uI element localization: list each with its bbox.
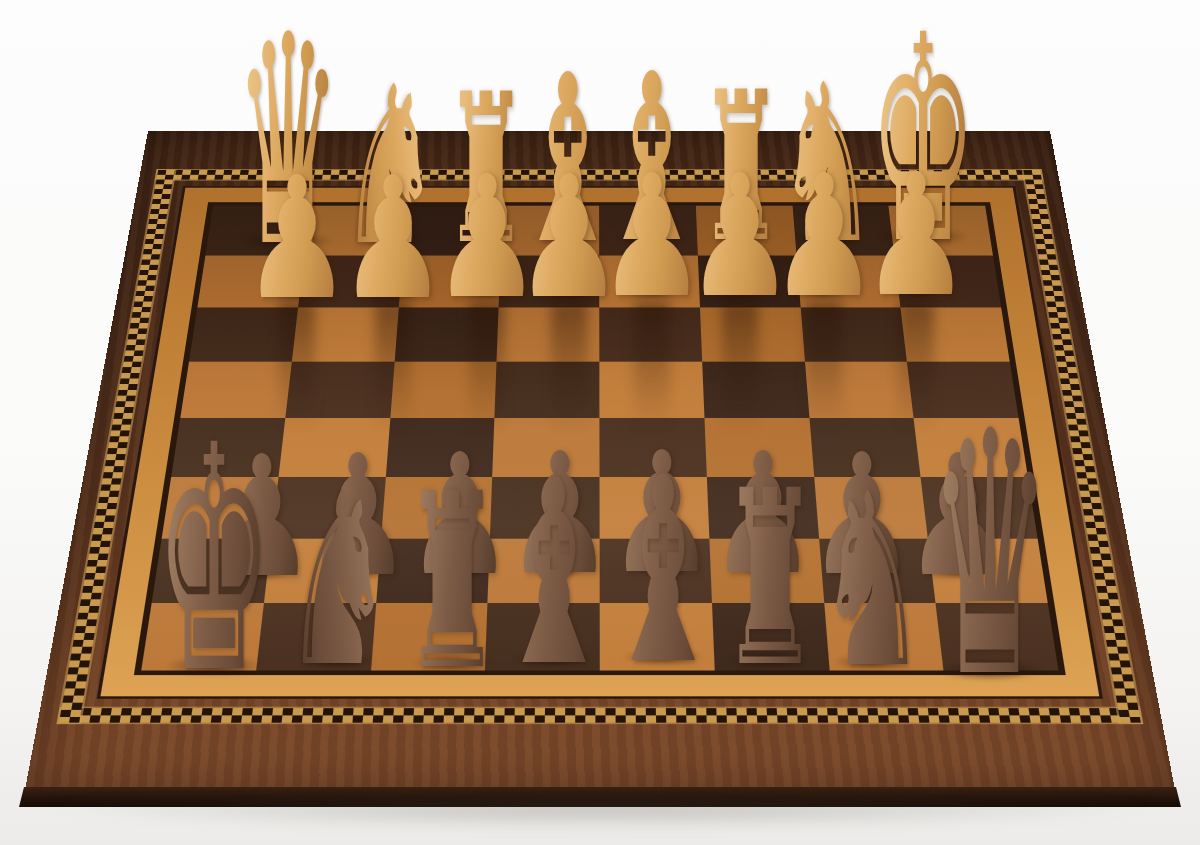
board-shadow — [30, 803, 1170, 829]
square-a3[interactable] — [162, 477, 279, 539]
square-h2[interactable] — [928, 539, 1048, 603]
square-a2[interactable] — [152, 539, 271, 603]
square-a5[interactable] — [180, 362, 291, 418]
square-d6[interactable] — [497, 307, 600, 361]
square-f7[interactable] — [698, 256, 801, 308]
square-g5[interactable] — [805, 362, 914, 418]
square-a7[interactable] — [197, 256, 303, 308]
square-b7[interactable] — [298, 256, 402, 308]
square-a8[interactable] — [205, 206, 309, 256]
square-d5[interactable] — [495, 362, 600, 418]
inlay-checker-band-top — [156, 170, 1041, 180]
square-h7[interactable] — [895, 256, 1002, 308]
square-h3[interactable] — [921, 477, 1038, 539]
square-e5[interactable] — [599, 362, 704, 418]
square-b4[interactable] — [278, 418, 390, 477]
square-b8[interactable] — [304, 206, 406, 256]
square-a1[interactable] — [141, 603, 263, 670]
square-f8[interactable] — [696, 206, 796, 256]
square-c4[interactable] — [385, 418, 494, 477]
square-f1[interactable] — [712, 603, 829, 670]
square-d2[interactable] — [488, 539, 600, 603]
square-e6[interactable] — [599, 307, 702, 361]
square-b6[interactable] — [292, 307, 399, 361]
square-g4[interactable] — [809, 418, 921, 477]
square-h6[interactable] — [901, 307, 1010, 361]
square-e8[interactable] — [599, 206, 698, 256]
square-h1[interactable] — [936, 603, 1059, 670]
square-a4[interactable] — [171, 418, 285, 477]
square-b3[interactable] — [271, 477, 385, 539]
square-f2[interactable] — [709, 539, 824, 603]
square-f6[interactable] — [700, 307, 805, 361]
playing-field-grid — [141, 206, 1058, 671]
square-d8[interactable] — [501, 206, 599, 256]
square-e4[interactable] — [599, 418, 706, 477]
square-g6[interactable] — [800, 307, 907, 361]
square-d7[interactable] — [499, 256, 599, 308]
chessboard — [25, 131, 1175, 790]
square-c1[interactable] — [371, 603, 488, 670]
square-d4[interactable] — [492, 418, 599, 477]
square-h8[interactable] — [889, 206, 993, 256]
square-g2[interactable] — [819, 539, 936, 603]
square-f5[interactable] — [702, 362, 809, 418]
square-f4[interactable] — [704, 418, 813, 477]
square-e3[interactable] — [600, 477, 710, 539]
square-b5[interactable] — [285, 362, 394, 418]
square-g7[interactable] — [796, 256, 901, 308]
square-e1[interactable] — [600, 603, 715, 670]
square-c6[interactable] — [394, 307, 499, 361]
square-c7[interactable] — [398, 256, 500, 308]
square-b2[interactable] — [264, 539, 381, 603]
square-b1[interactable] — [256, 603, 376, 670]
square-d3[interactable] — [490, 477, 599, 539]
square-c8[interactable] — [402, 206, 502, 256]
square-a6[interactable] — [189, 307, 298, 361]
square-h5[interactable] — [907, 362, 1018, 418]
square-d1[interactable] — [485, 603, 600, 670]
square-e2[interactable] — [600, 539, 712, 603]
photo-backdrop: ♝♜♚♝♞♜♞♛♟♟♟♟♟♟♟♟♟♟♟♟♟♟♟♟♝♝♜♞♞♜♚♛ — [0, 0, 1200, 845]
square-c3[interactable] — [381, 477, 493, 539]
square-e7[interactable] — [599, 256, 700, 308]
square-c2[interactable] — [376, 539, 490, 603]
inlay-checker-band-bottom — [59, 708, 1141, 722]
square-c5[interactable] — [390, 362, 497, 418]
square-f3[interactable] — [707, 477, 819, 539]
square-h4[interactable] — [914, 418, 1028, 477]
square-g8[interactable] — [792, 206, 894, 256]
board-outer-border — [25, 131, 1175, 790]
square-g1[interactable] — [824, 603, 944, 670]
square-g3[interactable] — [814, 477, 928, 539]
